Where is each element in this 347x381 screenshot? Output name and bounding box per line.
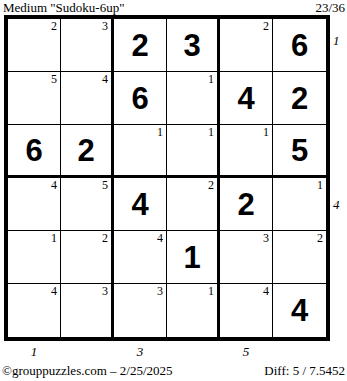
- col-label-5: 5: [243, 344, 250, 360]
- cell-r3c1[interactable]: 6: [8, 125, 61, 178]
- cell-r1c2[interactable]: 3: [61, 19, 114, 72]
- col-label-1: 1: [31, 344, 38, 360]
- big-digit: 2: [77, 135, 94, 166]
- pencil-mark: 4: [51, 179, 57, 192]
- cell-r3c2[interactable]: 2: [61, 125, 114, 178]
- pencil-mark: 1: [157, 126, 163, 139]
- big-digit: 1: [183, 242, 200, 273]
- pencil-mark: 4: [157, 232, 163, 245]
- big-digit: 2: [291, 83, 308, 114]
- cell-r3c5[interactable]: 1: [220, 125, 273, 178]
- cell-r2c3[interactable]: 6: [114, 72, 167, 125]
- pencil-mark: 1: [208, 126, 214, 139]
- cell-r5c6[interactable]: 2: [273, 231, 326, 284]
- col-label-3: 3: [137, 344, 144, 360]
- cell-r1c5[interactable]: 2: [220, 19, 273, 72]
- sudoku-board: 2 3 2 3 2 6 5 4 6 1 4 2 6 2 1 1 1 5 4 5 …: [4, 15, 330, 341]
- pencil-mark: 4: [51, 285, 57, 298]
- cell-r2c5[interactable]: 4: [220, 72, 273, 125]
- cell-r1c6[interactable]: 6: [273, 19, 326, 72]
- pencil-mark: 3: [102, 20, 108, 33]
- cell-r4c6[interactable]: 1: [273, 178, 326, 231]
- pencil-mark: 4: [102, 73, 108, 86]
- pencil-mark: 1: [208, 285, 214, 298]
- big-digit: 4: [131, 189, 148, 220]
- big-digit: 2: [131, 30, 148, 61]
- pencil-mark: 2: [102, 232, 108, 245]
- cell-r1c4[interactable]: 3: [167, 19, 220, 72]
- puzzle-counter: 23/36: [315, 0, 345, 16]
- big-digit: 2: [237, 189, 254, 220]
- pencil-mark: 3: [102, 285, 108, 298]
- cell-r5c2[interactable]: 2: [61, 231, 114, 284]
- row-label-4: 4: [333, 197, 340, 213]
- cell-r6c4[interactable]: 1: [167, 284, 220, 337]
- cell-r2c6[interactable]: 2: [273, 72, 326, 125]
- cell-r4c3[interactable]: 4: [114, 178, 167, 231]
- pencil-mark: 1: [51, 232, 57, 245]
- big-digit: 4: [237, 83, 254, 114]
- big-digit: 5: [291, 135, 308, 166]
- difficulty-text: Diff: 5 / 7.5452: [264, 363, 345, 379]
- big-digit: 4: [291, 295, 308, 326]
- pencil-mark: 4: [263, 285, 269, 298]
- pencil-mark: 1: [263, 126, 269, 139]
- copyright-text: ©grouppuzzles.com – 2/25/2025: [2, 363, 173, 379]
- pencil-mark: 1: [317, 179, 323, 192]
- cell-r3c4[interactable]: 1: [167, 125, 220, 178]
- pencil-mark: 3: [263, 232, 269, 245]
- cell-r4c5[interactable]: 2: [220, 178, 273, 231]
- pencil-mark: 2: [317, 232, 323, 245]
- pencil-mark: 1: [208, 73, 214, 86]
- pencil-mark: 5: [51, 73, 57, 86]
- page-title: Medium "Sudoku-6up": [3, 0, 124, 16]
- cell-r4c4[interactable]: 2: [167, 178, 220, 231]
- cell-r2c1[interactable]: 5: [8, 72, 61, 125]
- cell-r6c3[interactable]: 3: [114, 284, 167, 337]
- cell-r5c1[interactable]: 1: [8, 231, 61, 284]
- cell-r2c2[interactable]: 4: [61, 72, 114, 125]
- cell-r3c6[interactable]: 5: [273, 125, 326, 178]
- cell-r1c1[interactable]: 2: [8, 19, 61, 72]
- pencil-mark: 2: [51, 20, 57, 33]
- pencil-mark: 2: [263, 20, 269, 33]
- big-digit: 6: [25, 135, 42, 166]
- big-digit: 3: [183, 30, 200, 61]
- big-digit: 6: [131, 83, 148, 114]
- cell-r1c3[interactable]: 2: [114, 19, 167, 72]
- cell-r5c5[interactable]: 3: [220, 231, 273, 284]
- cell-r5c4[interactable]: 1: [167, 231, 220, 284]
- pencil-mark: 5: [102, 179, 108, 192]
- row-label-1: 1: [333, 33, 340, 49]
- big-digit: 6: [291, 30, 308, 61]
- cell-r6c5[interactable]: 4: [220, 284, 273, 337]
- pencil-mark: 3: [157, 285, 163, 298]
- cell-r5c3[interactable]: 4: [114, 231, 167, 284]
- cell-r6c1[interactable]: 4: [8, 284, 61, 337]
- pencil-mark: 2: [208, 179, 214, 192]
- cell-r6c6[interactable]: 4: [273, 284, 326, 337]
- cell-r4c1[interactable]: 4: [8, 178, 61, 231]
- cell-r6c2[interactable]: 3: [61, 284, 114, 337]
- page: Medium "Sudoku-6up" 23/36 2 3 2 3 2 6 5 …: [0, 0, 347, 381]
- cell-r2c4[interactable]: 1: [167, 72, 220, 125]
- cell-r4c2[interactable]: 5: [61, 178, 114, 231]
- cell-r3c3[interactable]: 1: [114, 125, 167, 178]
